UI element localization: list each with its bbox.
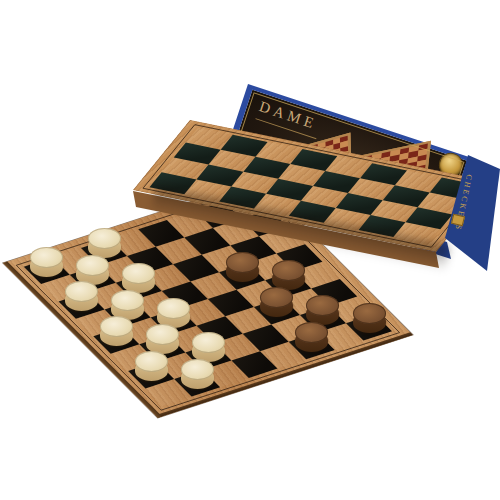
checker-piece-dark	[260, 287, 293, 317]
checker-piece-light	[157, 298, 190, 328]
checker-piece-light	[135, 351, 168, 381]
checker-piece-light	[111, 290, 144, 320]
product-photo: DAME CHECKERS	[0, 0, 500, 500]
checker-piece-dark	[353, 303, 386, 333]
checker-piece-light	[30, 247, 63, 277]
checker-piece-dark	[306, 295, 339, 325]
checker-piece-light	[76, 255, 109, 285]
checker-piece-light	[192, 332, 225, 362]
checker-piece-dark	[295, 322, 328, 352]
checker-piece-dark	[272, 260, 305, 290]
checker-piece-light	[100, 316, 133, 346]
checker-piece-light	[65, 281, 98, 311]
checker-piece-light	[146, 324, 179, 354]
checker-piece-light	[181, 359, 214, 389]
checker-piece-dark	[226, 252, 259, 282]
checker-piece-light	[122, 263, 155, 293]
checker-piece-light	[88, 228, 121, 258]
